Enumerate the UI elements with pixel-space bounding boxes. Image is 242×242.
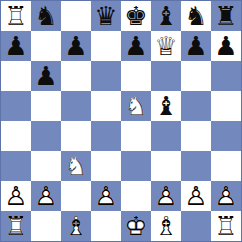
square-h4[interactable]: [211, 121, 241, 151]
square-b1[interactable]: [31, 211, 61, 241]
square-f6[interactable]: [151, 61, 181, 91]
square-d4[interactable]: [91, 121, 121, 151]
square-e1[interactable]: ♚♔: [121, 211, 151, 241]
square-g1[interactable]: [181, 211, 211, 241]
square-g5[interactable]: [181, 91, 211, 121]
square-e5[interactable]: ♞♘: [121, 91, 151, 121]
square-f5[interactable]: ♝: [151, 91, 181, 121]
black-pawn-icon: ♟: [31, 61, 61, 91]
square-c2[interactable]: [61, 181, 91, 211]
square-h7[interactable]: ♟: [211, 31, 241, 61]
square-b4[interactable]: [31, 121, 61, 151]
white-queen-icon: ♛♕: [151, 31, 181, 61]
black-pawn-icon: ♟: [181, 31, 211, 61]
square-d6[interactable]: [91, 61, 121, 91]
square-f2[interactable]: ♟♙: [151, 181, 181, 211]
square-f4[interactable]: [151, 121, 181, 151]
white-knight-icon: ♞♘: [121, 91, 151, 121]
black-rook-icon: ♜: [211, 1, 241, 31]
square-e2[interactable]: [121, 181, 151, 211]
square-h1[interactable]: ♜♖: [211, 211, 241, 241]
square-e4[interactable]: [121, 121, 151, 151]
square-b3[interactable]: [31, 151, 61, 181]
black-pawn-icon: ♟: [61, 31, 91, 61]
black-bishop-icon: ♝: [151, 1, 181, 31]
square-c8[interactable]: [61, 1, 91, 31]
white-pawn-icon: ♟♙: [1, 181, 31, 211]
square-a8[interactable]: ♜♖: [1, 1, 31, 31]
black-bishop-icon: ♝: [151, 91, 181, 121]
square-h2[interactable]: ♟♙: [211, 181, 241, 211]
black-pawn-icon: ♟: [121, 31, 151, 61]
square-a7[interactable]: ♟: [1, 31, 31, 61]
chess-board: ♜♖♞♛♚♝♞♜♟♟♟♛♕♟♟♟♞♘♝♞♘♟♙♟♙♟♙♟♙♟♙♟♙♜♖♝♗♚♔♝…: [0, 0, 242, 242]
white-knight-icon: ♞♘: [61, 151, 91, 181]
black-pawn-icon: ♟: [1, 31, 31, 61]
white-pawn-icon: ♟♙: [91, 181, 121, 211]
white-king-icon: ♚♔: [121, 211, 151, 241]
square-h6[interactable]: [211, 61, 241, 91]
square-g7[interactable]: ♟: [181, 31, 211, 61]
square-d7[interactable]: [91, 31, 121, 61]
square-d2[interactable]: ♟♙: [91, 181, 121, 211]
white-pawn-icon: ♟♙: [31, 181, 61, 211]
square-c7[interactable]: ♟: [61, 31, 91, 61]
square-c5[interactable]: [61, 91, 91, 121]
white-pawn-icon: ♟♙: [181, 181, 211, 211]
square-h5[interactable]: [211, 91, 241, 121]
white-bishop-icon: ♝♗: [61, 211, 91, 241]
square-e3[interactable]: [121, 151, 151, 181]
square-h8[interactable]: ♜: [211, 1, 241, 31]
white-rook-icon: ♜♖: [1, 211, 31, 241]
square-g4[interactable]: [181, 121, 211, 151]
square-d8[interactable]: ♛: [91, 1, 121, 31]
square-b2[interactable]: ♟♙: [31, 181, 61, 211]
black-knight-icon: ♞: [31, 1, 61, 31]
square-c6[interactable]: [61, 61, 91, 91]
square-a2[interactable]: ♟♙: [1, 181, 31, 211]
square-c1[interactable]: ♝♗: [61, 211, 91, 241]
black-knight-icon: ♞: [181, 1, 211, 31]
square-a6[interactable]: [1, 61, 31, 91]
square-h3[interactable]: [211, 151, 241, 181]
square-a5[interactable]: [1, 91, 31, 121]
square-d3[interactable]: [91, 151, 121, 181]
square-g2[interactable]: ♟♙: [181, 181, 211, 211]
square-c4[interactable]: [61, 121, 91, 151]
square-b8[interactable]: ♞: [31, 1, 61, 31]
black-pawn-icon: ♟: [211, 31, 241, 61]
chess-board-container: ♜♖♞♛♚♝♞♜♟♟♟♛♕♟♟♟♞♘♝♞♘♟♙♟♙♟♙♟♙♟♙♟♙♜♖♝♗♚♔♝…: [0, 0, 242, 242]
square-b7[interactable]: [31, 31, 61, 61]
square-f1[interactable]: ♝♗: [151, 211, 181, 241]
white-rook-icon: ♜♖: [211, 211, 241, 241]
square-a3[interactable]: [1, 151, 31, 181]
square-a4[interactable]: [1, 121, 31, 151]
square-b5[interactable]: [31, 91, 61, 121]
square-f8[interactable]: ♝: [151, 1, 181, 31]
square-e7[interactable]: ♟: [121, 31, 151, 61]
square-d1[interactable]: [91, 211, 121, 241]
square-g8[interactable]: ♞: [181, 1, 211, 31]
white-pawn-icon: ♟♙: [211, 181, 241, 211]
square-b6[interactable]: ♟: [31, 61, 61, 91]
white-bishop-icon: ♝♗: [151, 211, 181, 241]
square-e8[interactable]: ♚: [121, 1, 151, 31]
square-a1[interactable]: ♜♖: [1, 211, 31, 241]
black-king-icon: ♚: [121, 1, 151, 31]
square-d5[interactable]: [91, 91, 121, 121]
square-c3[interactable]: ♞♘: [61, 151, 91, 181]
white-pawn-icon: ♟♙: [151, 181, 181, 211]
square-e6[interactable]: [121, 61, 151, 91]
square-f3[interactable]: [151, 151, 181, 181]
white-rook-icon: ♜♖: [1, 1, 31, 31]
black-queen-icon: ♛: [91, 1, 121, 31]
square-g3[interactable]: [181, 151, 211, 181]
square-g6[interactable]: [181, 61, 211, 91]
square-f7[interactable]: ♛♕: [151, 31, 181, 61]
